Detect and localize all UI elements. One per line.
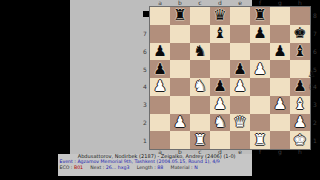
coordinate-label: 2 (311, 114, 319, 132)
square-f7: ♟ (250, 25, 270, 43)
coordinate-label: 1 (141, 131, 149, 149)
square-h3: ♝ (290, 96, 310, 114)
side-to-move-indicator (143, 11, 149, 17)
square-g7 (270, 25, 290, 43)
length-value: 88 (157, 165, 163, 171)
square-c4: ♞ (190, 78, 210, 96)
coordinate-label: d (210, 0, 230, 6)
square-a3 (150, 96, 170, 114)
coordinate-label: 3 (141, 96, 149, 114)
square-c6: ♞ (190, 43, 210, 61)
coordinate-label: c (190, 0, 210, 6)
square-b3 (170, 96, 190, 114)
coordinate-label: 1 (311, 131, 319, 149)
square-g8 (270, 7, 290, 25)
square-h8 (290, 7, 310, 25)
white-pawn: ♟ (253, 62, 266, 77)
square-e2: ♛ (230, 114, 250, 132)
black-rook: ♜ (253, 8, 266, 23)
white-knight: ♞ (193, 79, 206, 94)
info-line: ECO : B01 Next : 26... hxg3 Length : 88 … (59, 165, 252, 170)
square-c3 (190, 96, 210, 114)
material-label: Material : (171, 165, 193, 171)
square-d8: ♛ (210, 7, 230, 25)
white-pawn: ♟ (173, 115, 186, 130)
black-knight: ♞ (193, 44, 206, 59)
square-a4: ♟ (150, 78, 170, 96)
square-g3: ♟ (270, 96, 290, 114)
square-e3 (230, 96, 250, 114)
square-d4: ♟ (210, 78, 230, 96)
white-bishop: ♝ (293, 97, 306, 112)
square-g4 (270, 78, 290, 96)
black-rook: ♜ (173, 8, 186, 23)
coordinate-label: e (230, 0, 250, 6)
square-h7: ♚ (290, 25, 310, 43)
square-b8: ♜ (170, 7, 190, 25)
square-a7 (150, 25, 170, 43)
black-pawn: ♟ (213, 79, 226, 94)
white-pawn: ♟ (293, 115, 306, 130)
white-knight: ♞ (213, 115, 226, 130)
material-tray: ♙♘ (305, 68, 318, 94)
white-rook: ♜ (253, 133, 266, 148)
white-pawn: ♟ (153, 79, 166, 94)
square-c2 (190, 114, 210, 132)
square-d5 (210, 60, 230, 78)
square-e5: ♟ (230, 60, 250, 78)
square-e8 (230, 7, 250, 25)
coordinate-label: g (270, 148, 290, 155)
square-d2: ♞ (210, 114, 230, 132)
black-pawn: ♟ (153, 62, 166, 77)
white-rook: ♜ (193, 133, 206, 148)
square-c5 (190, 60, 210, 78)
board-panel: abcdefgh abcdefgh 7654321 87654321 ♜♛♜♝♟… (70, 0, 252, 154)
square-b7 (170, 25, 190, 43)
eco-code: B01 (74, 165, 83, 171)
square-g2 (270, 114, 290, 132)
file-labels-top: abcdefgh (150, 0, 310, 6)
black-bishop: ♝ (293, 44, 306, 59)
square-c8 (190, 7, 210, 25)
white-king: ♚ (293, 133, 306, 148)
square-b4 (170, 78, 190, 96)
coordinate-label: 2 (141, 114, 149, 132)
square-b1 (170, 131, 190, 149)
black-pawn: ♟ (253, 26, 266, 41)
square-b5 (170, 60, 190, 78)
length-label: Length : (137, 165, 156, 171)
square-g5 (270, 60, 290, 78)
square-d7: ♝ (210, 25, 230, 43)
caption-panel: Abdusattorov, Nodirbek (2187) - Zeigalko… (58, 154, 252, 176)
square-f4 (250, 78, 270, 96)
square-d1 (210, 131, 230, 149)
square-g6: ♟ (270, 43, 290, 61)
square-f8: ♜ (250, 7, 270, 25)
coordinate-label: 5 (141, 60, 149, 78)
video-frame: abcdefgh abcdefgh 7654321 87654321 ♜♛♜♝♟… (0, 0, 320, 180)
square-b6 (170, 43, 190, 61)
next-move: 26... hxg3 (106, 165, 130, 171)
white-knight-icon: ♘ (305, 81, 318, 94)
square-e4: ♟ (230, 78, 250, 96)
coordinate-label: 7 (311, 25, 319, 43)
square-b2: ♟ (170, 114, 190, 132)
material-value: N (194, 165, 198, 171)
square-d6 (210, 43, 230, 61)
coordinate-label: 7 (141, 25, 149, 43)
coordinate-label: 6 (311, 43, 319, 61)
square-g1 (270, 131, 290, 149)
square-d3: ♟ (210, 96, 230, 114)
coordinate-label: b (170, 0, 190, 6)
square-f3 (250, 96, 270, 114)
square-c1: ♜ (190, 131, 210, 149)
coordinate-label: 8 (311, 7, 319, 25)
white-pawn-icon: ♙ (305, 68, 318, 81)
square-e6 (230, 43, 250, 61)
square-a8 (150, 7, 170, 25)
white-queen: ♛ (233, 115, 246, 130)
square-f1: ♜ (250, 131, 270, 149)
eco-label: ECO : (59, 165, 72, 171)
black-queen: ♛ (213, 8, 226, 23)
coordinate-label: h (290, 148, 310, 155)
rank-labels-left: 7654321 (141, 7, 149, 149)
square-h1: ♚ (290, 131, 310, 149)
coordinate-label: f (250, 0, 270, 6)
square-f6 (250, 43, 270, 61)
coordinate-label: h (290, 0, 310, 6)
square-c7 (190, 25, 210, 43)
square-a6: ♟ (150, 43, 170, 61)
square-h2: ♟ (290, 114, 310, 132)
chess-board: ♜♛♜♝♟♚♟♞♟♝♟♟♟♟♞♟♟♟♟♟♝♟♞♛♟♜♜♚ (150, 7, 310, 149)
coordinate-label: 4 (141, 78, 149, 96)
coordinate-label: 3 (311, 96, 319, 114)
white-pawn: ♟ (213, 97, 226, 112)
black-pawn: ♟ (233, 62, 246, 77)
coordinate-label: a (150, 0, 170, 6)
square-a2 (150, 114, 170, 132)
next-label: Next : (90, 165, 104, 171)
coordinate-label: g (270, 0, 290, 6)
square-e7 (230, 25, 250, 43)
coordinate-label: 6 (141, 43, 149, 61)
square-h6: ♝ (290, 43, 310, 61)
black-pawn: ♟ (153, 44, 166, 59)
black-king: ♚ (293, 26, 306, 41)
black-pawn: ♟ (273, 44, 286, 59)
square-a5: ♟ (150, 60, 170, 78)
square-f5: ♟ (250, 60, 270, 78)
black-bishop: ♝ (213, 26, 226, 41)
white-pawn: ♟ (233, 79, 246, 94)
square-a1 (150, 131, 170, 149)
square-f2 (250, 114, 270, 132)
white-pawn: ♟ (273, 97, 286, 112)
coordinate-label: f (250, 148, 270, 155)
square-e1 (230, 131, 250, 149)
